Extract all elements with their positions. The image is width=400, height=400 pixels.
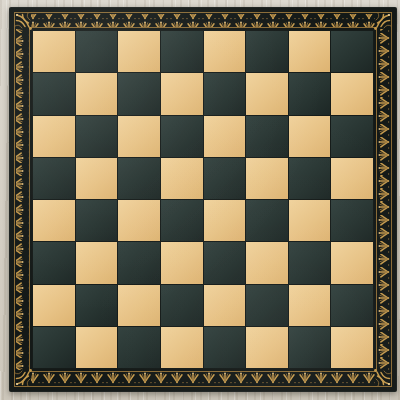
square-g5[interactable] bbox=[289, 158, 331, 199]
square-a4[interactable] bbox=[33, 200, 75, 241]
square-h1[interactable] bbox=[331, 327, 373, 368]
square-c2[interactable] bbox=[118, 285, 160, 326]
square-a7[interactable] bbox=[33, 73, 75, 114]
chess-board bbox=[9, 7, 397, 392]
square-h8[interactable] bbox=[331, 31, 373, 72]
square-h6[interactable] bbox=[331, 116, 373, 157]
square-f3[interactable] bbox=[246, 242, 288, 283]
square-g1[interactable] bbox=[289, 327, 331, 368]
square-e2[interactable] bbox=[204, 285, 246, 326]
square-d7[interactable] bbox=[161, 73, 203, 114]
square-g7[interactable] bbox=[289, 73, 331, 114]
board-grid bbox=[32, 30, 374, 369]
square-d6[interactable] bbox=[161, 116, 203, 157]
square-e5[interactable] bbox=[204, 158, 246, 199]
square-g3[interactable] bbox=[289, 242, 331, 283]
square-d4[interactable] bbox=[161, 200, 203, 241]
square-g4[interactable] bbox=[289, 200, 331, 241]
square-c7[interactable] bbox=[118, 73, 160, 114]
square-f8[interactable] bbox=[246, 31, 288, 72]
square-g6[interactable] bbox=[289, 116, 331, 157]
square-c8[interactable] bbox=[118, 31, 160, 72]
square-e7[interactable] bbox=[204, 73, 246, 114]
square-b5[interactable] bbox=[76, 158, 118, 199]
square-d2[interactable] bbox=[161, 285, 203, 326]
square-b2[interactable] bbox=[76, 285, 118, 326]
square-c1[interactable] bbox=[118, 327, 160, 368]
square-e6[interactable] bbox=[204, 116, 246, 157]
square-d8[interactable] bbox=[161, 31, 203, 72]
square-f4[interactable] bbox=[246, 200, 288, 241]
square-c4[interactable] bbox=[118, 200, 160, 241]
square-d1[interactable] bbox=[161, 327, 203, 368]
square-e3[interactable] bbox=[204, 242, 246, 283]
square-c6[interactable] bbox=[118, 116, 160, 157]
square-a3[interactable] bbox=[33, 242, 75, 283]
square-f7[interactable] bbox=[246, 73, 288, 114]
square-h3[interactable] bbox=[331, 242, 373, 283]
square-e1[interactable] bbox=[204, 327, 246, 368]
square-f1[interactable] bbox=[246, 327, 288, 368]
square-h2[interactable] bbox=[331, 285, 373, 326]
square-a2[interactable] bbox=[33, 285, 75, 326]
square-g8[interactable] bbox=[289, 31, 331, 72]
table-surface bbox=[0, 0, 400, 400]
square-b3[interactable] bbox=[76, 242, 118, 283]
square-b8[interactable] bbox=[76, 31, 118, 72]
square-f5[interactable] bbox=[246, 158, 288, 199]
square-h4[interactable] bbox=[331, 200, 373, 241]
square-b6[interactable] bbox=[76, 116, 118, 157]
square-d3[interactable] bbox=[161, 242, 203, 283]
square-f2[interactable] bbox=[246, 285, 288, 326]
square-g2[interactable] bbox=[289, 285, 331, 326]
square-f6[interactable] bbox=[246, 116, 288, 157]
square-h7[interactable] bbox=[331, 73, 373, 114]
square-e4[interactable] bbox=[204, 200, 246, 241]
square-a8[interactable] bbox=[33, 31, 75, 72]
square-a6[interactable] bbox=[33, 116, 75, 157]
square-b7[interactable] bbox=[76, 73, 118, 114]
square-c3[interactable] bbox=[118, 242, 160, 283]
square-b1[interactable] bbox=[76, 327, 118, 368]
square-e8[interactable] bbox=[204, 31, 246, 72]
square-a1[interactable] bbox=[33, 327, 75, 368]
square-d5[interactable] bbox=[161, 158, 203, 199]
square-h5[interactable] bbox=[331, 158, 373, 199]
square-c5[interactable] bbox=[118, 158, 160, 199]
square-a5[interactable] bbox=[33, 158, 75, 199]
square-b4[interactable] bbox=[76, 200, 118, 241]
